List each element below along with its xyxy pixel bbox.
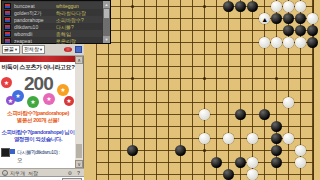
chat-message-area: 바둑이 스포츠가 아니라고요? ★★★★★★★ 200 소피바람수?(pando…	[0, 56, 76, 168]
black-stone	[295, 13, 306, 24]
scroll-down-icon[interactable]: ▼	[103, 36, 110, 43]
emoji-icon[interactable]: ☺	[2, 170, 8, 176]
save-button[interactable]: 저장	[28, 170, 38, 176]
black-stone	[271, 133, 282, 144]
fan-notice-line2: 열정팬이 되셨습니다.	[0, 136, 76, 143]
fan-notice-line1: 소피바람수?(pandorahope) 님이	[0, 129, 76, 136]
country-flag-icon	[4, 38, 11, 44]
black-stone	[307, 25, 318, 36]
last-move-triangle-marker: ▲	[261, 15, 268, 22]
gift-count: 200	[24, 73, 53, 95]
country-flag-icon	[4, 31, 11, 37]
message-sender: 다시불?(dltkdwru10) :	[17, 149, 60, 155]
chevron-down-icon: ▼	[14, 47, 18, 52]
user-id: wbomdli	[14, 31, 56, 37]
white-stone	[199, 109, 210, 120]
scrollbar-thumb[interactable]	[104, 9, 109, 18]
user-list-item[interactable]: zeapeat로온리랑	[4, 37, 102, 44]
black-stone	[271, 13, 282, 24]
user-list-item[interactable]: golden적2가하라청타다장	[4, 9, 102, 16]
star-point	[131, 77, 134, 80]
gift-balloon: ★	[57, 84, 69, 96]
white-stone	[259, 37, 270, 48]
black-stone	[235, 1, 246, 12]
user-nickname: 하라청타다장	[56, 10, 86, 16]
white-stone	[283, 37, 294, 48]
white-stone	[295, 145, 306, 156]
white-stone	[295, 157, 306, 168]
black-stone	[271, 121, 282, 132]
white-stone	[247, 157, 258, 168]
user-list-item[interactable]: buncoeatwhiteggun	[4, 2, 102, 9]
chat-input-row[interactable]: 보내기	[0, 176, 84, 180]
white-stone	[199, 133, 210, 144]
white-stone	[271, 37, 282, 48]
star-point	[203, 5, 206, 8]
user-list-scrollbar[interactable]: ▲ ▼	[103, 1, 110, 43]
chat-scrollbar[interactable]: ∧ ∨	[75, 56, 83, 168]
black-stone	[223, 1, 234, 12]
black-stone	[271, 145, 282, 156]
black-stone	[127, 145, 138, 156]
gift-balloon: ★	[27, 96, 39, 108]
black-stone	[223, 169, 234, 180]
user-list-item[interactable]: wbomdli충해임	[4, 30, 102, 37]
gift-amount-text: 별풍선 200개 선물!	[0, 117, 76, 124]
white-stone	[283, 133, 294, 144]
window-dropdown[interactable]: 전체창▼	[22, 45, 45, 54]
black-stone	[175, 145, 186, 156]
user-id: pandorahope	[14, 17, 56, 23]
avatar	[1, 148, 10, 157]
black-stone	[235, 157, 246, 168]
white-stone	[283, 1, 294, 12]
user-id: dltkdwru10	[14, 24, 56, 30]
send-button[interactable]: 보내기	[62, 178, 82, 180]
user-id: golden적2가	[14, 10, 56, 16]
gift-balloon: ★	[6, 96, 15, 105]
black-stone	[283, 25, 294, 36]
country-flag-icon	[4, 17, 11, 23]
black-stone	[259, 109, 270, 120]
user-id: zeapeat	[14, 38, 56, 44]
message-text: 오	[17, 157, 23, 164]
user-list-item[interactable]: pandorahope소피바람수?	[4, 16, 102, 23]
star-point	[203, 77, 206, 80]
chevron-down-icon: ▼	[39, 47, 43, 52]
white-stone	[295, 1, 306, 12]
white-stone	[223, 133, 234, 144]
star-point	[275, 77, 278, 80]
black-stone	[271, 157, 282, 168]
country-flag-icon	[4, 3, 11, 9]
black-stone	[211, 157, 222, 168]
star-point	[131, 5, 134, 8]
user-list-panel: buncoeatwhiteggungolden적2가하라청타다장pandorah…	[1, 0, 111, 44]
chat-bottom-toolbar: ☺ 지우개 저장 ⚙ ?	[0, 168, 84, 176]
scroll-down-icon[interactable]: ∨	[75, 160, 83, 168]
rank-badge	[10, 149, 15, 154]
user-nickname: 다시불?	[56, 24, 74, 30]
gift-balloon: ★	[1, 77, 12, 88]
font-dropdown[interactable]: 글꼴▼	[2, 45, 20, 54]
lips-icon[interactable]	[64, 47, 72, 52]
layout-icon[interactable]	[75, 46, 82, 53]
user-nickname: whiteggun	[56, 3, 79, 9]
black-stone	[235, 109, 246, 120]
chat-toolbar: 글꼴▼ 전체창▼	[0, 44, 84, 56]
country-flag-icon	[4, 10, 11, 16]
star-point	[203, 149, 206, 152]
user-id: buncoeat	[14, 3, 56, 9]
white-stone	[247, 169, 258, 180]
gift-sender-text: 소피바람수?(pandorahope)	[0, 110, 76, 117]
black-stone	[283, 13, 294, 24]
gift-balloon: ★	[64, 96, 74, 106]
white-stone	[307, 13, 318, 24]
scroll-up-icon[interactable]: ∧	[75, 56, 83, 64]
user-list-item[interactable]: dltkdwru10다시불?	[4, 23, 102, 30]
go-stream-screen: ▲ buncoeatwhiteggungolden적2가하라청타다장pandor…	[0, 0, 320, 180]
user-nickname: 충해임	[56, 31, 71, 37]
scroll-up-icon[interactable]: ▲	[103, 1, 110, 8]
white-stone	[247, 133, 258, 144]
black-stone	[295, 25, 306, 36]
gift-balloons-graphic: ★★★★★★★ 200	[0, 72, 76, 108]
scrollbar-thumb[interactable]	[76, 144, 82, 158]
eraser-button[interactable]: 지우개	[10, 170, 25, 176]
white-stone	[283, 97, 294, 108]
black-stone	[247, 1, 258, 12]
white-stone	[295, 37, 306, 48]
user-nickname: 소피바람수?	[56, 17, 84, 23]
user-nickname: 로온리랑	[56, 38, 76, 44]
chat-headline: 바둑이 스포츠가 아니라고요?	[0, 63, 76, 72]
ad-banner[interactable]	[0, 56, 76, 62]
country-flag-icon	[4, 24, 11, 30]
black-stone	[307, 37, 318, 48]
chat-panel: 글꼴▼ 전체창▼ 바둑이 스포츠가 아니라고요? ★★★★★★★ 200 소피바…	[0, 44, 84, 180]
white-stone	[271, 1, 282, 12]
